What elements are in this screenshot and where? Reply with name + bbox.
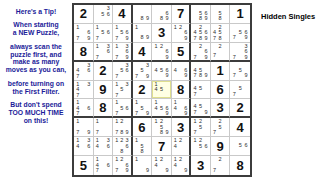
cell-r3c5[interactable]: 1269	[152, 43, 172, 62]
pencil-grid: 689	[153, 6, 170, 22]
cell-r1c5[interactable]: 689	[152, 5, 172, 24]
cell-r7c4[interactable]: 6	[133, 118, 153, 137]
cell-r1c6[interactable]: 7	[172, 5, 192, 24]
digit: 1	[211, 62, 230, 80]
pencil-grid: 4579	[192, 100, 209, 115]
pencil-grid: 356	[95, 6, 112, 22]
sudoku-board[interactable]: 2356489689756895811679156715679189312692…	[72, 3, 252, 177]
pencil-grid: 89	[134, 6, 151, 22]
pencil-9: 9	[86, 130, 92, 136]
pencil-9: 9	[124, 55, 129, 61]
tip-paragraph-1: When starting a NEW Puzzle,	[0, 21, 72, 37]
digit: 2	[74, 5, 93, 23]
cell-r6c2[interactable]: 8	[94, 99, 114, 118]
pencil-empty	[243, 149, 249, 154]
pencil-9: 9	[164, 130, 170, 136]
cell-r3c7[interactable]: 2679	[191, 43, 211, 62]
digit: 3	[191, 156, 210, 175]
cell-r9c9[interactable]: 8	[230, 156, 250, 175]
cell-r6c4[interactable]: 1579	[133, 99, 153, 118]
pencil-grid: 1269	[173, 25, 189, 41]
cell-r1c3[interactable]: 4	[113, 5, 133, 24]
pencil-grid: 1469	[173, 100, 189, 115]
cell-r3c4[interactable]: 4	[133, 43, 153, 62]
pencil-9: 9	[145, 168, 151, 174]
tip-panel: Here's a Tip! When starting a NEW Puzzle…	[0, 8, 72, 130]
pencil-grid: 1679	[75, 25, 92, 41]
pencil-grid: 5679	[231, 25, 249, 41]
pencil-grid: 1256	[192, 138, 209, 154]
cell-r4c2[interactable]: 2	[94, 62, 114, 81]
pencil-grid: 1357	[114, 82, 130, 98]
pencil-grid: 179	[75, 119, 92, 135]
pencil-9: 9	[145, 35, 151, 41]
cell-r8c8[interactable]: 9	[211, 137, 231, 156]
cell-r4c3[interactable]: 3567	[113, 62, 133, 81]
digit: 8	[74, 43, 93, 60]
pencil-grid: 1347	[75, 82, 92, 98]
pencil-grid: 2679	[192, 44, 209, 59]
pencil-grid: 4569	[153, 63, 170, 79]
pencil-grid: 469	[173, 63, 189, 79]
cell-r4c6[interactable]: 469	[172, 62, 192, 81]
pencil-grid: 1346	[75, 138, 92, 154]
cell-r8c3[interactable]: 12368	[113, 137, 133, 156]
pencil-grid: 1269	[153, 44, 170, 59]
pencil-grid: 45789	[192, 63, 209, 79]
pencil-grid: 3579	[134, 63, 151, 79]
cell-r5c4[interactable]: 2	[133, 81, 153, 100]
pencil-empty	[223, 36, 229, 42]
pencil-grid: 17	[95, 119, 112, 135]
cell-r8c2[interactable]: 1346	[94, 137, 114, 156]
pencil-grid: 1346	[95, 138, 112, 154]
pencil-grid: 1467	[95, 157, 112, 174]
cell-r9c1[interactable]: 5	[74, 156, 94, 175]
pencil-9: 9	[203, 110, 209, 116]
pencil-empty	[106, 17, 112, 22]
pencil-grid: 27	[212, 157, 229, 174]
cell-r9c7[interactable]: 3	[191, 156, 211, 175]
cell-r4c5[interactable]: 4569	[152, 62, 172, 81]
cell-r2c6[interactable]: 1269	[172, 24, 192, 43]
pencil-9: 9	[164, 16, 170, 22]
pencil-grid: 19	[134, 157, 151, 174]
cell-r7c3[interactable]: 12789	[113, 118, 133, 137]
cell-r1c7[interactable]: 5689	[191, 5, 211, 24]
pencil-grid: 24578	[212, 25, 229, 41]
tip-paragraph-3: before turning on the First Filter.	[0, 80, 72, 96]
cell-r1c1[interactable]: 2	[74, 5, 94, 24]
pencil-grid: 1579	[134, 100, 151, 115]
cell-r6c5[interactable]: 14569	[152, 99, 172, 118]
pencil-grid: 3467	[75, 63, 92, 79]
pencil-9: 9	[164, 168, 170, 174]
pencil-9: 9	[183, 168, 188, 174]
cell-r2c8[interactable]: 24578	[211, 24, 231, 43]
cell-r8c1[interactable]: 1346	[74, 137, 94, 156]
pencil-grid: 1367	[95, 44, 112, 59]
digit: 8	[94, 99, 113, 116]
digit: 7	[172, 5, 190, 23]
cell-r6c9[interactable]: 2	[230, 99, 250, 118]
pencil-grid: 5689	[192, 6, 209, 22]
pencil-grid: 58	[212, 6, 229, 22]
digit: 2	[230, 99, 250, 116]
pencil-empty	[164, 93, 170, 98]
cell-r1c9[interactable]: 1	[230, 5, 250, 24]
cell-r4c7[interactable]: 45789	[191, 62, 211, 81]
pencil-grid: 1257	[192, 119, 209, 135]
cell-r3c8[interactable]: 27	[211, 43, 231, 62]
pencil-9: 9	[183, 73, 188, 79]
pencil-empty	[86, 111, 92, 117]
cell-r8c6[interactable]: 124	[172, 137, 192, 156]
cell-r2c2[interactable]: 1567	[94, 24, 114, 43]
tip-paragraph-4: But don't spend TOO MUCH TIME on this!	[0, 101, 72, 125]
digit: 2	[94, 62, 113, 80]
digit: 7	[152, 137, 171, 155]
cell-r6c8[interactable]: 3	[211, 99, 231, 118]
cell-r4c8[interactable]: 1	[211, 62, 231, 81]
cell-r7c8[interactable]: 257	[211, 118, 231, 137]
cell-r9c5[interactable]: 1249	[152, 156, 172, 175]
pencil-grid: 1249	[173, 157, 189, 174]
digit: 6	[211, 81, 230, 99]
cell-r2c3[interactable]: 15679	[113, 24, 133, 43]
cell-r8c9[interactable]: 56	[230, 137, 250, 156]
pencil-9: 9	[124, 130, 129, 136]
digit: 2	[133, 81, 152, 99]
pencil-empty	[223, 16, 229, 22]
pencil-9: 9	[203, 73, 209, 79]
cell-r5c3[interactable]: 1357	[113, 81, 133, 100]
digit: 1	[230, 5, 250, 23]
cell-r5c8[interactable]: 6	[211, 81, 231, 100]
pencil-empty	[124, 93, 129, 99]
pencil-9: 9	[145, 16, 151, 22]
cell-r5c6[interactable]: 8	[172, 81, 192, 100]
cell-r3c2[interactable]: 1367	[94, 43, 114, 62]
cell-r5c2[interactable]: 9	[94, 81, 114, 100]
pencil-9: 9	[183, 111, 188, 117]
digit: 3	[172, 118, 190, 136]
cell-r6c3[interactable]: 1567	[113, 99, 133, 118]
cell-r8c5[interactable]: 7	[152, 137, 172, 156]
cell-r8c7[interactable]: 1256	[191, 137, 211, 156]
pencil-grid: 56	[231, 138, 249, 154]
cell-r3c9[interactable]: 3679	[230, 43, 250, 62]
pencil-grid: 15679	[114, 25, 130, 41]
cell-r9c6[interactable]: 1249	[172, 156, 192, 175]
pencil-9: 9	[243, 55, 249, 61]
pencil-empty	[86, 93, 92, 99]
cell-r3c1[interactable]: 8	[74, 43, 94, 62]
pencil-grid: 27	[212, 44, 229, 59]
pencil-9: 9	[145, 111, 151, 117]
pencil-empty	[106, 149, 112, 154]
digit: 6	[133, 118, 152, 136]
pencil-empty	[183, 149, 188, 154]
cell-r7c1[interactable]: 179	[74, 118, 94, 137]
pencil-empty	[243, 92, 249, 98]
pencil-9: 9	[164, 55, 170, 61]
pencil-empty	[223, 168, 229, 174]
pencil-empty	[124, 149, 129, 155]
cell-r2c4[interactable]: 189	[133, 24, 153, 43]
cell-r2c1[interactable]: 1679	[74, 24, 94, 43]
pencil-empty	[223, 53, 229, 59]
pencil-empty	[106, 130, 112, 136]
pencil-grid: 3567	[114, 63, 130, 79]
cell-r6c1[interactable]: 1467	[74, 99, 94, 118]
cell-r1c4[interactable]: 89	[133, 5, 153, 24]
cell-r9c8[interactable]: 27	[211, 156, 231, 175]
pencil-9: 9	[164, 111, 170, 117]
digit: 5	[74, 156, 93, 175]
digit: 3	[152, 24, 171, 42]
pencil-grid: 13679	[114, 44, 130, 59]
cell-r9c4[interactable]: 19	[133, 156, 153, 175]
digit: 9	[211, 137, 230, 155]
pencil-empty	[145, 149, 151, 155]
pencil-9: 9	[243, 73, 249, 79]
digit: 8	[172, 81, 190, 99]
app-window: Here's a Tip! When starting a NEW Puzzle…	[0, 0, 320, 180]
cell-r4c4[interactable]: 3579	[133, 62, 153, 81]
cell-r7c6[interactable]: 3	[172, 118, 192, 137]
digit: 4	[113, 5, 131, 23]
pencil-grid: 457	[192, 82, 209, 98]
pencil-9: 9	[164, 73, 170, 79]
pencil-9: 9	[86, 36, 92, 42]
cell-r9c3[interactable]: 12679	[113, 156, 133, 175]
pencil-9: 9	[203, 36, 209, 42]
pencil-empty	[86, 74, 92, 80]
pencil-grid: 14569	[153, 100, 170, 115]
digit: 9	[94, 81, 113, 99]
pencil-grid: 1467	[75, 100, 92, 115]
pencil-empty	[124, 74, 129, 80]
cell-r7c9[interactable]: 4	[230, 118, 250, 137]
cell-r1c2[interactable]: 356	[94, 5, 114, 24]
digit: 5	[172, 43, 190, 60]
cell-r7c7[interactable]: 1257	[191, 118, 211, 137]
digit: 4	[133, 43, 152, 60]
pencil-empty	[106, 36, 112, 42]
pencil-grid: 12368	[114, 138, 130, 154]
pencil-empty	[223, 130, 229, 136]
tip-heading: Here's a Tip!	[0, 8, 72, 16]
cell-r4c1[interactable]: 3467	[74, 62, 94, 81]
cell-r3c3[interactable]: 13679	[113, 43, 133, 62]
pencil-grid: 12589	[153, 119, 170, 135]
pencil-9: 9	[183, 36, 188, 42]
pencil-empty	[203, 149, 209, 154]
cell-r8c4[interactable]: 158	[133, 137, 153, 156]
tip-paragraph-2: always scan the puzzle first, and make a…	[0, 43, 72, 75]
cell-r5c9[interactable]: 57	[230, 81, 250, 100]
pencil-grid: 257	[212, 119, 229, 135]
pencil-grid: 145	[153, 82, 170, 98]
pencil-grid: 12789	[114, 119, 130, 135]
pencil-grid: 158	[134, 138, 151, 154]
pencil-9: 9	[145, 74, 151, 80]
pencil-grid: 3679	[231, 44, 249, 59]
pencil-grid: 1249	[153, 157, 170, 174]
pencil-empty	[203, 130, 209, 136]
cell-r3c6[interactable]: 5	[172, 43, 192, 62]
cell-r1c8[interactable]: 58	[211, 5, 231, 24]
pencil-empty	[124, 111, 129, 117]
pencil-9: 9	[203, 16, 209, 22]
pencil-9: 9	[124, 168, 129, 174]
cell-r7c5[interactable]: 12589	[152, 118, 172, 137]
pencil-grid: 12679	[114, 157, 130, 174]
pencil-empty	[203, 92, 209, 98]
cell-r4c9[interactable]: 579	[230, 62, 250, 81]
digit: 3	[211, 99, 230, 116]
pencil-grid: 1567	[95, 25, 112, 41]
technique-label: Hidden Singles	[261, 12, 315, 21]
cell-r6c7[interactable]: 4579	[191, 99, 211, 118]
pencil-grid: 124	[173, 138, 189, 154]
pencil-empty	[106, 168, 112, 174]
pencil-grid: 2456789	[192, 25, 209, 41]
pencil-grid: 189	[134, 25, 151, 41]
pencil-grid: 579	[231, 63, 249, 79]
cell-r6c6[interactable]: 1469	[172, 99, 192, 118]
cell-r2c7[interactable]: 2456789	[191, 24, 211, 43]
cell-r5c7[interactable]: 457	[191, 81, 211, 100]
digit: 8	[230, 156, 250, 175]
pencil-grid: 57	[231, 82, 249, 98]
cell-r7c2[interactable]: 17	[94, 118, 114, 137]
pencil-empty	[86, 149, 92, 154]
cell-r2c5[interactable]: 3	[152, 24, 172, 43]
pencil-empty	[106, 55, 112, 61]
cell-r2c9[interactable]: 5679	[230, 24, 250, 43]
cell-r9c2[interactable]: 1467	[94, 156, 114, 175]
pencil-9: 9	[203, 55, 209, 61]
pencil-9: 9	[243, 35, 249, 41]
cell-r5c1[interactable]: 1347	[74, 81, 94, 100]
digit: 4	[230, 118, 250, 136]
pencil-grid: 1567	[114, 100, 130, 115]
cell-r5c5[interactable]: 145	[152, 81, 172, 100]
pencil-9: 9	[124, 36, 129, 42]
